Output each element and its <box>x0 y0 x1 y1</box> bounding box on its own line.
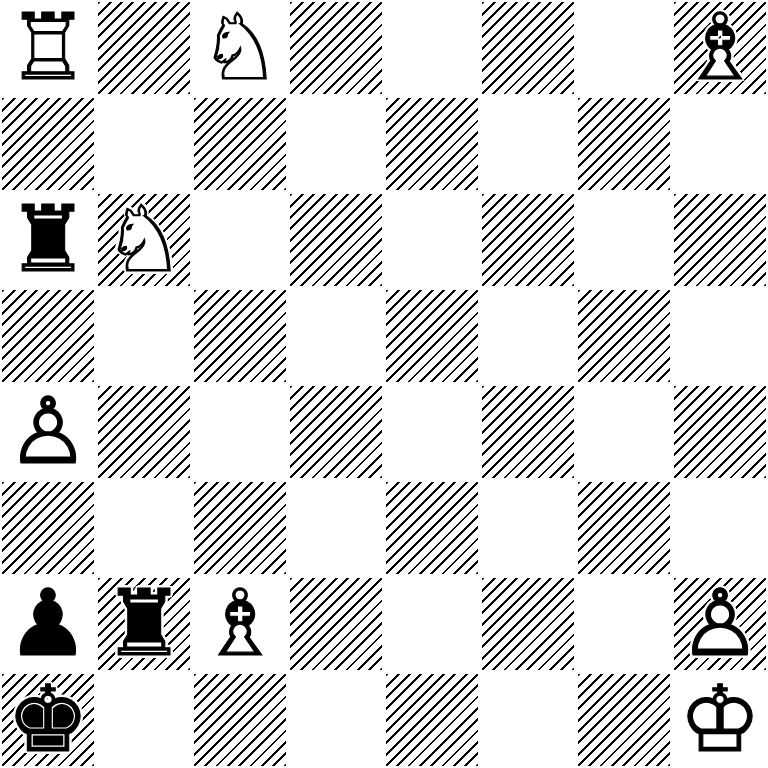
square-d5[interactable] <box>288 288 384 384</box>
square-h1[interactable]: ♚♔ <box>672 672 768 768</box>
square-h2[interactable]: ♟♙ <box>672 576 768 672</box>
square-e6[interactable] <box>384 192 480 288</box>
square-d3[interactable] <box>288 480 384 576</box>
square-f6[interactable] <box>480 192 576 288</box>
square-f4[interactable] <box>480 384 576 480</box>
white-king-h1: ♔ <box>672 672 768 768</box>
chess-board: ♜♖♞♘♝♗♜♜♞♘♟♙♟♟♜♜♝♗♟♙♚♚♚♔ <box>0 0 768 768</box>
square-g4[interactable] <box>576 384 672 480</box>
square-b7[interactable] <box>96 96 192 192</box>
square-h6[interactable] <box>672 192 768 288</box>
black-rook-b2: ♜ <box>96 576 192 672</box>
square-c8[interactable]: ♞♘ <box>192 0 288 96</box>
square-c3[interactable] <box>192 480 288 576</box>
square-e7[interactable] <box>384 96 480 192</box>
square-g1[interactable] <box>576 672 672 768</box>
square-f8[interactable] <box>480 0 576 96</box>
square-b6[interactable]: ♞♘ <box>96 192 192 288</box>
white-knight-b6: ♘ <box>96 192 192 288</box>
square-g2[interactable] <box>576 576 672 672</box>
square-h4[interactable] <box>672 384 768 480</box>
square-f2[interactable] <box>480 576 576 672</box>
white-pawn-h2: ♙ <box>672 576 768 672</box>
square-b8[interactable] <box>96 0 192 96</box>
white-bishop-c2: ♗ <box>192 576 288 672</box>
square-a2[interactable]: ♟♟ <box>0 576 96 672</box>
square-h5[interactable] <box>672 288 768 384</box>
square-h7[interactable] <box>672 96 768 192</box>
square-d8[interactable] <box>288 0 384 96</box>
square-e3[interactable] <box>384 480 480 576</box>
square-g6[interactable] <box>576 192 672 288</box>
black-rook-a6: ♜ <box>0 192 96 288</box>
white-pawn-a4: ♙ <box>0 384 96 480</box>
square-a4[interactable]: ♟♙ <box>0 384 96 480</box>
square-g3[interactable] <box>576 480 672 576</box>
white-rook-a8: ♖ <box>0 0 96 96</box>
square-f5[interactable] <box>480 288 576 384</box>
square-a7[interactable] <box>0 96 96 192</box>
square-g5[interactable] <box>576 288 672 384</box>
white-knight-c8: ♘ <box>192 0 288 96</box>
square-g8[interactable] <box>576 0 672 96</box>
square-a3[interactable] <box>0 480 96 576</box>
square-c2[interactable]: ♝♗ <box>192 576 288 672</box>
square-c1[interactable] <box>192 672 288 768</box>
square-b5[interactable] <box>96 288 192 384</box>
square-d7[interactable] <box>288 96 384 192</box>
square-b1[interactable] <box>96 672 192 768</box>
square-d4[interactable] <box>288 384 384 480</box>
square-f7[interactable] <box>480 96 576 192</box>
square-d6[interactable] <box>288 192 384 288</box>
square-a6[interactable]: ♜♜ <box>0 192 96 288</box>
square-c7[interactable] <box>192 96 288 192</box>
square-a1[interactable]: ♚♚ <box>0 672 96 768</box>
square-c4[interactable] <box>192 384 288 480</box>
square-h8[interactable]: ♝♗ <box>672 0 768 96</box>
square-a8[interactable]: ♜♖ <box>0 0 96 96</box>
square-f1[interactable] <box>480 672 576 768</box>
square-e2[interactable] <box>384 576 480 672</box>
square-e1[interactable] <box>384 672 480 768</box>
square-c5[interactable] <box>192 288 288 384</box>
square-e8[interactable] <box>384 0 480 96</box>
square-e5[interactable] <box>384 288 480 384</box>
white-bishop-h8: ♗ <box>672 0 768 96</box>
square-a5[interactable] <box>0 288 96 384</box>
black-pawn-a2: ♟ <box>0 576 96 672</box>
square-c6[interactable] <box>192 192 288 288</box>
square-b3[interactable] <box>96 480 192 576</box>
black-king-a1: ♚ <box>0 672 96 768</box>
square-h3[interactable] <box>672 480 768 576</box>
square-g7[interactable] <box>576 96 672 192</box>
square-b2[interactable]: ♜♜ <box>96 576 192 672</box>
square-d2[interactable] <box>288 576 384 672</box>
square-b4[interactable] <box>96 384 192 480</box>
square-f3[interactable] <box>480 480 576 576</box>
square-e4[interactable] <box>384 384 480 480</box>
square-d1[interactable] <box>288 672 384 768</box>
